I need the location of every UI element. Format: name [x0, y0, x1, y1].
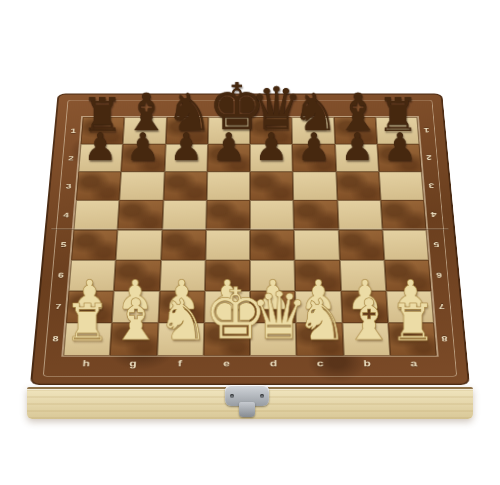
square-h3[interactable]: [76, 172, 121, 201]
square-a5[interactable]: [382, 230, 429, 260]
square-h8[interactable]: ♜: [63, 323, 112, 356]
chess-board: 12345678 12345678 hgfedcba ♜♝♞♚♛♞♝♜♟♟♟♟♟…: [30, 94, 470, 385]
piece-dark-pawn-c2[interactable]: ♟: [293, 129, 336, 165]
square-b4[interactable]: [337, 200, 382, 229]
square-e3[interactable]: [207, 172, 250, 201]
square-g3[interactable]: [120, 172, 165, 201]
piece-dark-pawn-e2[interactable]: ♟: [207, 129, 250, 165]
file-label-d: d: [250, 356, 297, 370]
board-fold-seam: [51, 228, 449, 230]
piece-dark-pawn-a2[interactable]: ♟: [378, 129, 421, 165]
file-label-h: h: [62, 356, 110, 370]
square-d2[interactable]: ♟: [250, 144, 293, 172]
square-c5[interactable]: [294, 230, 339, 260]
rank-label-left-5: 5: [54, 230, 73, 260]
square-c2[interactable]: ♟: [292, 144, 335, 172]
square-g8[interactable]: ♝: [110, 323, 158, 356]
metal-clasp: [225, 385, 269, 419]
rank-label-right-6: 6: [430, 260, 449, 291]
square-d5[interactable]: [250, 230, 295, 260]
rank-label-left-3: 3: [59, 172, 77, 201]
rank-label-left-8: 8: [46, 323, 65, 356]
file-label-a: a: [390, 356, 438, 370]
piece-light-rook-h8[interactable]: ♜: [64, 299, 110, 348]
piece-light-queen-d8[interactable]: ♛: [250, 286, 296, 348]
square-f4[interactable]: [162, 200, 207, 229]
square-d3[interactable]: [250, 172, 293, 201]
piece-dark-pawn-b2[interactable]: ♟: [336, 129, 379, 165]
piece-dark-pawn-g2[interactable]: ♟: [122, 129, 165, 165]
piece-light-king-e8[interactable]: ♚: [204, 280, 250, 347]
piece-dark-pawn-f2[interactable]: ♟: [164, 129, 207, 165]
square-b3[interactable]: [336, 172, 381, 201]
square-e4[interactable]: [206, 200, 250, 229]
square-d8[interactable]: ♛: [250, 323, 297, 356]
rank-label-right-2: 2: [420, 144, 438, 172]
square-b8[interactable]: ♝: [342, 323, 390, 356]
piece-dark-pawn-d2[interactable]: ♟: [250, 129, 293, 165]
rank-label-right-3: 3: [423, 172, 441, 201]
clasp-tab: [239, 402, 255, 417]
piece-light-rook-a8[interactable]: ♜: [389, 299, 435, 348]
rank-label-right-5: 5: [427, 230, 446, 260]
square-h5[interactable]: [71, 230, 118, 260]
piece-light-bishop-b8[interactable]: ♝: [343, 293, 389, 347]
rank-label-left-2: 2: [62, 144, 80, 172]
file-label-e: e: [203, 356, 250, 370]
square-f2[interactable]: ♟: [164, 144, 207, 172]
file-label-c: c: [297, 356, 344, 370]
square-a4[interactable]: [380, 200, 426, 229]
rank-label-right-7: 7: [432, 291, 451, 323]
square-a2[interactable]: ♟: [377, 144, 422, 172]
file-label-g: g: [109, 356, 157, 370]
square-h4[interactable]: [74, 200, 120, 229]
square-g2[interactable]: ♟: [121, 144, 165, 172]
square-e2[interactable]: ♟: [207, 144, 250, 172]
square-f8[interactable]: ♞: [157, 323, 204, 356]
piece-light-bishop-g8[interactable]: ♝: [111, 293, 157, 347]
square-c3[interactable]: [293, 172, 337, 201]
board-grid: ♜♝♞♚♛♞♝♜♟♟♟♟♟♟♟♟♟♟♟♟♟♟♟♟♜♝♞♚♛♞♝♜: [63, 117, 436, 355]
file-label-f: f: [156, 356, 203, 370]
square-a8[interactable]: ♜: [388, 323, 437, 356]
square-c4[interactable]: [293, 200, 338, 229]
square-a3[interactable]: [379, 172, 424, 201]
rank-label-right-8: 8: [435, 323, 454, 356]
clasp-screw-right: [260, 394, 264, 398]
board-front-edge: [27, 387, 473, 419]
square-b5[interactable]: [338, 230, 384, 260]
piece-dark-pawn-h2[interactable]: ♟: [79, 129, 122, 165]
square-e8[interactable]: ♚: [203, 323, 250, 356]
rank-label-left-4: 4: [57, 200, 75, 229]
clasp-screw-left: [230, 394, 234, 398]
square-h2[interactable]: ♟: [78, 144, 123, 172]
piece-light-knight-f8[interactable]: ♞: [157, 293, 203, 347]
square-g4[interactable]: [118, 200, 163, 229]
file-label-b: b: [343, 356, 391, 370]
square-g5[interactable]: [116, 230, 162, 260]
product-photo-background: 12345678 12345678 hgfedcba ♜♝♞♚♛♞♝♜♟♟♟♟♟…: [0, 0, 500, 485]
square-f5[interactable]: [161, 230, 206, 260]
square-b2[interactable]: ♟: [335, 144, 379, 172]
rank-label-right-1: 1: [418, 117, 435, 144]
square-d4[interactable]: [250, 200, 294, 229]
rank-label-right-4: 4: [425, 200, 443, 229]
square-f3[interactable]: [163, 172, 207, 201]
square-e5[interactable]: [205, 230, 250, 260]
file-labels-bottom: hgfedcba: [62, 356, 438, 370]
